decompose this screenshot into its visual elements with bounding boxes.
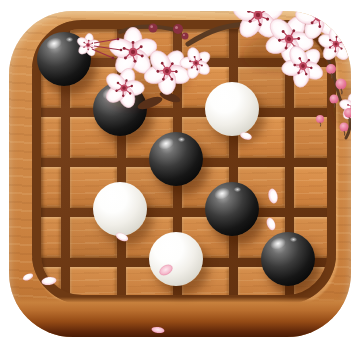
gomoku-app-icon[interactable]: ●●○●○●○● [9, 11, 351, 337]
black-stone: ● [93, 82, 147, 136]
black-stone: ● [149, 132, 203, 186]
white-stone: ○ [205, 82, 259, 136]
app-icon-canvas: ●●○●○●○● [0, 0, 360, 360]
black-stone: ● [205, 182, 259, 236]
white-stone: ○ [93, 182, 147, 236]
white-stone: ○ [149, 232, 203, 286]
stones-layer: ●●○●○●○● [9, 11, 351, 337]
black-stone: ● [37, 32, 91, 86]
black-stone: ● [261, 232, 315, 286]
